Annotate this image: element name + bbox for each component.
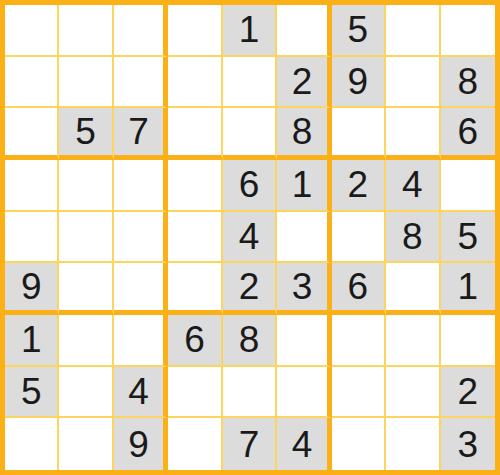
cell-r8c9-given-digit: 2 [441, 367, 495, 419]
cell-r9c9-given-digit: 3 [441, 418, 495, 470]
cell-r9c1-empty[interactable] [5, 418, 59, 470]
cell-r2c9-given-digit: 8 [441, 57, 495, 109]
cell-r5c5-given-digit: 4 [223, 212, 277, 264]
cell-r8c8-empty[interactable] [386, 367, 440, 419]
cell-r1c5-given-digit: 1 [223, 5, 277, 57]
cell-r2c3-empty[interactable] [114, 57, 168, 109]
cell-r4c1-empty[interactable] [5, 160, 59, 212]
cell-r7c7-empty[interactable] [332, 315, 386, 367]
cell-r5c7-empty[interactable] [332, 212, 386, 264]
cell-r6c8-empty[interactable] [386, 263, 440, 315]
cell-r7c1-given-digit: 1 [5, 315, 59, 367]
cell-r4c8-given-digit: 4 [386, 160, 440, 212]
cell-r7c3-empty[interactable] [114, 315, 168, 367]
cell-r8c1-given-digit: 5 [5, 367, 59, 419]
sudoku-board: 1529857866124485923611685429743 [0, 0, 500, 475]
cell-r8c4-empty[interactable] [168, 367, 222, 419]
cell-r7c5-given-digit: 8 [223, 315, 277, 367]
cell-r3c4-empty[interactable] [168, 108, 222, 160]
cell-r3c8-empty[interactable] [386, 108, 440, 160]
cell-r3c7-empty[interactable] [332, 108, 386, 160]
cell-r9c7-empty[interactable] [332, 418, 386, 470]
cell-r6c4-empty[interactable] [168, 263, 222, 315]
cell-r7c6-empty[interactable] [277, 315, 331, 367]
cell-r7c2-empty[interactable] [59, 315, 113, 367]
cell-r6c2-empty[interactable] [59, 263, 113, 315]
cell-r3c5-empty[interactable] [223, 108, 277, 160]
cell-r1c9-empty[interactable] [441, 5, 495, 57]
cell-r8c2-empty[interactable] [59, 367, 113, 419]
cell-r8c6-empty[interactable] [277, 367, 331, 419]
cell-r8c5-empty[interactable] [223, 367, 277, 419]
cell-r4c6-given-digit: 1 [277, 160, 331, 212]
cell-r6c5-given-digit: 2 [223, 263, 277, 315]
cell-r4c7-given-digit: 2 [332, 160, 386, 212]
cell-r3c9-given-digit: 6 [441, 108, 495, 160]
cell-r9c3-given-digit: 9 [114, 418, 168, 470]
cell-r3c6-given-digit: 8 [277, 108, 331, 160]
cell-r4c3-empty[interactable] [114, 160, 168, 212]
cell-r9c8-empty[interactable] [386, 418, 440, 470]
cell-r2c1-empty[interactable] [5, 57, 59, 109]
cell-r9c2-empty[interactable] [59, 418, 113, 470]
cell-r5c6-empty[interactable] [277, 212, 331, 264]
cell-r6c7-given-digit: 6 [332, 263, 386, 315]
cell-r4c9-empty[interactable] [441, 160, 495, 212]
cell-r2c2-empty[interactable] [59, 57, 113, 109]
cell-r8c7-empty[interactable] [332, 367, 386, 419]
cell-r1c6-empty[interactable] [277, 5, 331, 57]
cell-r1c4-empty[interactable] [168, 5, 222, 57]
cell-r6c3-empty[interactable] [114, 263, 168, 315]
cell-r3c2-given-digit: 5 [59, 108, 113, 160]
cell-r6c6-given-digit: 3 [277, 263, 331, 315]
cell-r1c2-empty[interactable] [59, 5, 113, 57]
cell-r2c6-given-digit: 2 [277, 57, 331, 109]
cell-r3c1-empty[interactable] [5, 108, 59, 160]
cell-r9c4-empty[interactable] [168, 418, 222, 470]
cell-r1c1-empty[interactable] [5, 5, 59, 57]
cell-r4c2-empty[interactable] [59, 160, 113, 212]
cell-r1c3-empty[interactable] [114, 5, 168, 57]
cell-r5c2-empty[interactable] [59, 212, 113, 264]
cell-r1c8-empty[interactable] [386, 5, 440, 57]
cell-r5c9-given-digit: 5 [441, 212, 495, 264]
cell-r7c9-empty[interactable] [441, 315, 495, 367]
cell-r3c3-given-digit: 7 [114, 108, 168, 160]
cell-r6c1-given-digit: 9 [5, 263, 59, 315]
cell-r2c7-given-digit: 9 [332, 57, 386, 109]
cell-r7c4-given-digit: 6 [168, 315, 222, 367]
cell-r5c8-given-digit: 8 [386, 212, 440, 264]
cell-r4c4-empty[interactable] [168, 160, 222, 212]
cell-r6c9-given-digit: 1 [441, 263, 495, 315]
cell-r2c4-empty[interactable] [168, 57, 222, 109]
cell-r9c6-given-digit: 4 [277, 418, 331, 470]
cell-r7c8-empty[interactable] [386, 315, 440, 367]
cell-r5c1-empty[interactable] [5, 212, 59, 264]
cell-r2c5-empty[interactable] [223, 57, 277, 109]
cell-r1c7-given-digit: 5 [332, 5, 386, 57]
cell-r9c5-given-digit: 7 [223, 418, 277, 470]
cell-r5c3-empty[interactable] [114, 212, 168, 264]
cell-r8c3-given-digit: 4 [114, 367, 168, 419]
cell-r5c4-empty[interactable] [168, 212, 222, 264]
cell-r2c8-empty[interactable] [386, 57, 440, 109]
cell-r4c5-given-digit: 6 [223, 160, 277, 212]
